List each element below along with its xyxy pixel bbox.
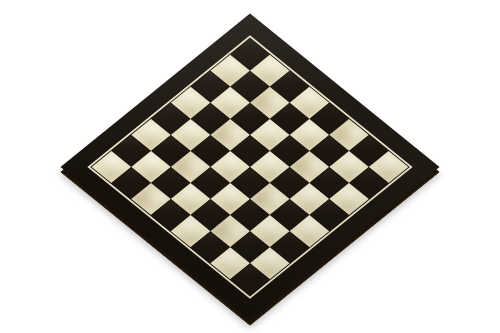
- product-photo: [0, 0, 500, 333]
- playing-field: [92, 39, 409, 296]
- board-frame: [60, 14, 439, 321]
- chessboard: [116, 33, 384, 301]
